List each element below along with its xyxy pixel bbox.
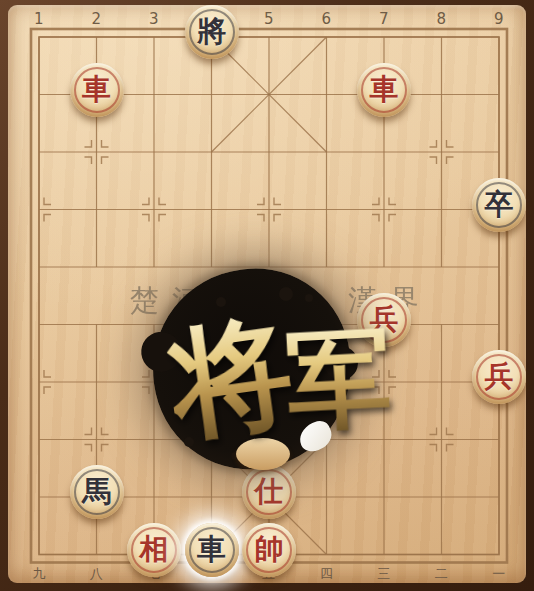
xiangqi-app-screen: 1 2 3 4 5 6 7 8 9 九 八 七 六 五 四 三 二 一 楚河 漢… [0,0,534,591]
piece-char: 將 [185,5,239,59]
red-chariot-right[interactable]: 車 [357,63,411,117]
piece-char: 卒 [472,178,526,232]
pieces-layer: 將車車卒兵兵馬仕相車帥 [10,8,528,583]
piece-char: 兵 [472,350,526,404]
red-elephant[interactable]: 相 [127,523,181,577]
piece-char: 兵 [357,293,411,347]
black-soldier[interactable]: 卒 [472,178,526,232]
black-chariot[interactable]: 車 [185,523,239,577]
red-soldier-center[interactable]: 兵 [357,293,411,347]
black-general[interactable]: 將 [185,5,239,59]
piece-char: 帥 [242,523,296,577]
piece-char: 仕 [242,465,296,519]
red-general[interactable]: 帥 [242,523,296,577]
piece-char: 馬 [70,465,124,519]
red-soldier-edge[interactable]: 兵 [472,350,526,404]
piece-char: 車 [70,63,124,117]
piece-char: 車 [357,63,411,117]
red-chariot-left[interactable]: 車 [70,63,124,117]
red-advisor[interactable]: 仕 [242,465,296,519]
piece-char: 車 [185,523,239,577]
piece-char: 相 [127,523,181,577]
black-horse[interactable]: 馬 [70,465,124,519]
